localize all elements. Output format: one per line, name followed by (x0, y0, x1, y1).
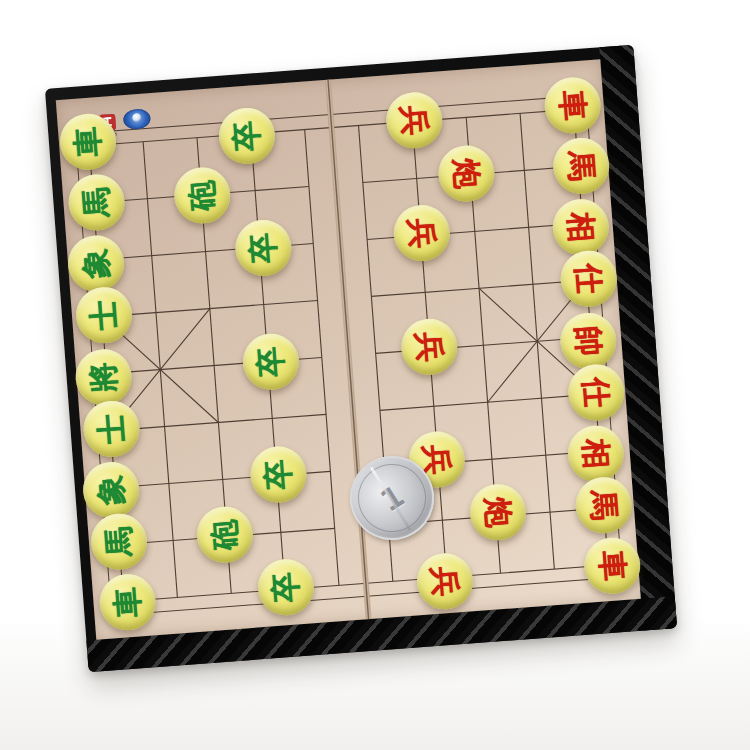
piece-glyph: 士 (95, 412, 127, 444)
piece-glyph: 卒 (231, 120, 263, 152)
piece-glyph: 兵 (406, 217, 438, 249)
piece-glyph: 卒 (270, 571, 302, 603)
piece-glyph: 炮 (450, 158, 482, 190)
piece-glyph: 兵 (429, 565, 461, 597)
piece-glyph: 馬 (588, 489, 620, 521)
piece-glyph: 象 (95, 474, 127, 506)
piece-glyph: 馬 (103, 525, 135, 557)
piece-glyph: 馬 (80, 186, 112, 218)
piece-glyph: 兵 (398, 104, 430, 136)
piece-glyph: 相 (565, 211, 597, 243)
piece-glyph: 馬 (565, 150, 597, 182)
piece-glyph: 卒 (247, 232, 279, 264)
piece-glyph: 車 (72, 126, 104, 158)
piece-glyph: 車 (557, 89, 589, 121)
piece-glyph: 仕 (580, 376, 612, 408)
piece-glyph: 車 (112, 586, 144, 618)
product-photo-scene: 車馬象士將士象馬車砲砲卒卒卒卒卒兵兵兵兵兵炮炮車馬相仕帥仕相馬車 1 (0, 0, 750, 750)
piece-glyph: 將 (88, 361, 120, 393)
piece-glyph: 砲 (186, 179, 218, 211)
piece-glyph: 士 (88, 299, 120, 331)
piece-glyph: 帥 (572, 324, 604, 356)
piece-glyph: 仕 (573, 263, 605, 295)
piece-glyph: 卒 (255, 345, 287, 377)
xiangqi-board: 車馬象士將士象馬車砲砲卒卒卒卒卒兵兵兵兵兵炮炮車馬相仕帥仕相馬車 (45, 45, 677, 673)
piece-glyph: 炮 (482, 496, 514, 528)
piece-glyph: 砲 (209, 518, 241, 550)
piece-glyph: 兵 (421, 443, 453, 475)
piece-glyph: 卒 (262, 458, 294, 490)
piece-glyph: 車 (596, 550, 628, 582)
piece-glyph: 兵 (413, 330, 445, 362)
piece-glyph: 象 (80, 248, 112, 280)
piece-glyph: 相 (580, 437, 612, 469)
board-face: 車馬象士將士象馬車砲砲卒卒卒卒卒兵兵兵兵兵炮炮車馬相仕帥仕相馬車 (56, 59, 641, 639)
coin-face-text: 1 (374, 478, 410, 519)
